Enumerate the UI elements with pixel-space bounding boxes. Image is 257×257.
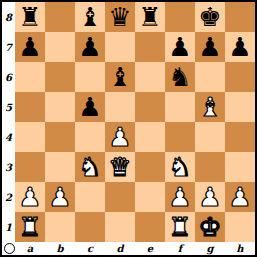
square-b3[interactable] bbox=[45, 152, 75, 182]
file-labels: abcdefgh bbox=[15, 242, 255, 255]
square-d6[interactable]: ♝ bbox=[105, 62, 135, 92]
chess-board[interactable]: ♜♝♛♜♚♟♟♟♟♟♝♞♟♝♟♞♛♞♟♟♟♟♟♜♜♚ bbox=[15, 2, 255, 242]
file-label-e: e bbox=[135, 242, 165, 255]
file-label-a: a bbox=[15, 242, 45, 255]
square-b1[interactable] bbox=[45, 212, 75, 242]
square-g5[interactable]: ♝ bbox=[195, 92, 225, 122]
square-g7[interactable]: ♟ bbox=[195, 32, 225, 62]
square-a7[interactable]: ♟ bbox=[15, 32, 45, 62]
chess-diagram-frame: 87654321 ♜♝♛♜♚♟♟♟♟♟♝♞♟♝♟♞♛♞♟♟♟♟♟♜♜♚ abcd… bbox=[0, 0, 257, 257]
square-e4[interactable] bbox=[135, 122, 165, 152]
square-g3[interactable] bbox=[195, 152, 225, 182]
square-h1[interactable] bbox=[225, 212, 255, 242]
square-g4[interactable] bbox=[195, 122, 225, 152]
rank-label-3: 3 bbox=[2, 152, 15, 182]
black-knight-f6[interactable]: ♞ bbox=[168, 62, 191, 92]
square-b6[interactable] bbox=[45, 62, 75, 92]
square-d5[interactable] bbox=[105, 92, 135, 122]
square-a2[interactable]: ♟ bbox=[15, 182, 45, 212]
square-a8[interactable]: ♜ bbox=[15, 2, 45, 32]
square-c7[interactable]: ♟ bbox=[75, 32, 105, 62]
square-d1[interactable] bbox=[105, 212, 135, 242]
file-label-f: f bbox=[165, 242, 195, 255]
white-pawn-d4[interactable]: ♟ bbox=[108, 122, 131, 152]
square-e8[interactable]: ♜ bbox=[135, 2, 165, 32]
rank-label-8: 8 bbox=[2, 2, 15, 32]
black-rook-e8[interactable]: ♜ bbox=[138, 2, 161, 32]
square-f8[interactable] bbox=[165, 2, 195, 32]
square-c2[interactable] bbox=[75, 182, 105, 212]
rank-label-6: 6 bbox=[2, 62, 15, 92]
file-label-c: c bbox=[75, 242, 105, 255]
black-pawn-c5[interactable]: ♟ bbox=[78, 92, 101, 122]
square-b4[interactable] bbox=[45, 122, 75, 152]
white-rook-a1[interactable]: ♜ bbox=[18, 212, 41, 242]
square-d7[interactable] bbox=[105, 32, 135, 62]
square-d8[interactable]: ♛ bbox=[105, 2, 135, 32]
square-h4[interactable] bbox=[225, 122, 255, 152]
square-b8[interactable] bbox=[45, 2, 75, 32]
square-f2[interactable]: ♟ bbox=[165, 182, 195, 212]
rank-label-1: 1 bbox=[2, 212, 15, 242]
square-g8[interactable]: ♚ bbox=[195, 2, 225, 32]
square-g6[interactable] bbox=[195, 62, 225, 92]
square-d2[interactable] bbox=[105, 182, 135, 212]
file-label-b: b bbox=[45, 242, 75, 255]
black-pawn-a7[interactable]: ♟ bbox=[18, 32, 41, 62]
square-b7[interactable] bbox=[45, 32, 75, 62]
square-f4[interactable] bbox=[165, 122, 195, 152]
black-pawn-c7[interactable]: ♟ bbox=[78, 32, 101, 62]
black-pawn-h7[interactable]: ♟ bbox=[228, 32, 251, 62]
square-c1[interactable] bbox=[75, 212, 105, 242]
square-a4[interactable] bbox=[15, 122, 45, 152]
file-label-h: h bbox=[225, 242, 255, 255]
rank-label-5: 5 bbox=[2, 92, 15, 122]
square-h7[interactable]: ♟ bbox=[225, 32, 255, 62]
white-rook-f1[interactable]: ♜ bbox=[168, 212, 191, 242]
white-knight-f3[interactable]: ♞ bbox=[168, 152, 191, 182]
square-e2[interactable] bbox=[135, 182, 165, 212]
white-pawn-h2[interactable]: ♟ bbox=[228, 182, 251, 212]
square-f6[interactable]: ♞ bbox=[165, 62, 195, 92]
black-bishop-d6[interactable]: ♝ bbox=[108, 62, 131, 92]
black-queen-d8[interactable]: ♛ bbox=[108, 2, 131, 32]
file-label-d: d bbox=[105, 242, 135, 255]
rank-label-7: 7 bbox=[2, 32, 15, 62]
square-b5[interactable] bbox=[45, 92, 75, 122]
square-f5[interactable] bbox=[165, 92, 195, 122]
square-c3[interactable]: ♞ bbox=[75, 152, 105, 182]
square-c8[interactable]: ♝ bbox=[75, 2, 105, 32]
square-b2[interactable]: ♟ bbox=[45, 182, 75, 212]
square-g1[interactable]: ♚ bbox=[195, 212, 225, 242]
square-h2[interactable]: ♟ bbox=[225, 182, 255, 212]
square-c5[interactable]: ♟ bbox=[75, 92, 105, 122]
black-pawn-g7[interactable]: ♟ bbox=[198, 32, 221, 62]
black-pawn-f7[interactable]: ♟ bbox=[168, 32, 191, 62]
square-e3[interactable] bbox=[135, 152, 165, 182]
white-king-g1[interactable]: ♚ bbox=[198, 212, 221, 242]
white-queen-d3[interactable]: ♛ bbox=[108, 152, 131, 182]
white-bishop-g5[interactable]: ♝ bbox=[198, 92, 221, 122]
square-h6[interactable] bbox=[225, 62, 255, 92]
square-e7[interactable] bbox=[135, 32, 165, 62]
square-e6[interactable] bbox=[135, 62, 165, 92]
square-a6[interactable] bbox=[15, 62, 45, 92]
white-pawn-f2[interactable]: ♟ bbox=[168, 182, 191, 212]
square-h8[interactable] bbox=[225, 2, 255, 32]
square-g2[interactable]: ♟ bbox=[195, 182, 225, 212]
square-a3[interactable] bbox=[15, 152, 45, 182]
white-knight-c3[interactable]: ♞ bbox=[78, 152, 101, 182]
black-king-g8[interactable]: ♚ bbox=[198, 2, 221, 32]
black-rook-a8[interactable]: ♜ bbox=[18, 2, 41, 32]
square-f3[interactable]: ♞ bbox=[165, 152, 195, 182]
square-f1[interactable]: ♜ bbox=[165, 212, 195, 242]
square-h3[interactable] bbox=[225, 152, 255, 182]
square-c6[interactable] bbox=[75, 62, 105, 92]
square-h5[interactable] bbox=[225, 92, 255, 122]
black-bishop-c8[interactable]: ♝ bbox=[78, 2, 101, 32]
square-d3[interactable]: ♛ bbox=[105, 152, 135, 182]
square-a1[interactable]: ♜ bbox=[15, 212, 45, 242]
square-f7[interactable]: ♟ bbox=[165, 32, 195, 62]
white-pawn-b2[interactable]: ♟ bbox=[48, 182, 71, 212]
rank-label-2: 2 bbox=[2, 182, 15, 212]
white-to-move-indicator bbox=[4, 243, 15, 254]
square-e1[interactable] bbox=[135, 212, 165, 242]
rank-labels: 87654321 bbox=[2, 2, 15, 242]
white-pawn-g2[interactable]: ♟ bbox=[198, 182, 221, 212]
square-a5[interactable] bbox=[15, 92, 45, 122]
file-label-g: g bbox=[195, 242, 225, 255]
square-d4[interactable]: ♟ bbox=[105, 122, 135, 152]
square-e5[interactable] bbox=[135, 92, 165, 122]
square-c4[interactable] bbox=[75, 122, 105, 152]
white-pawn-a2[interactable]: ♟ bbox=[18, 182, 41, 212]
rank-label-4: 4 bbox=[2, 122, 15, 152]
